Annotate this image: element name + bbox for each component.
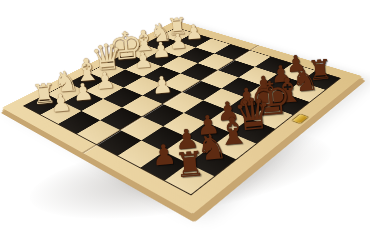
board-scene: ♜♞♝♛♚♝♞♜♟♟♟♟♟♟♟♟♟♟♟♟♟♟♟♟♜♞♝♛♚♝♞♜: [0, 0, 370, 230]
brass-clasp-icon: [293, 114, 309, 123]
